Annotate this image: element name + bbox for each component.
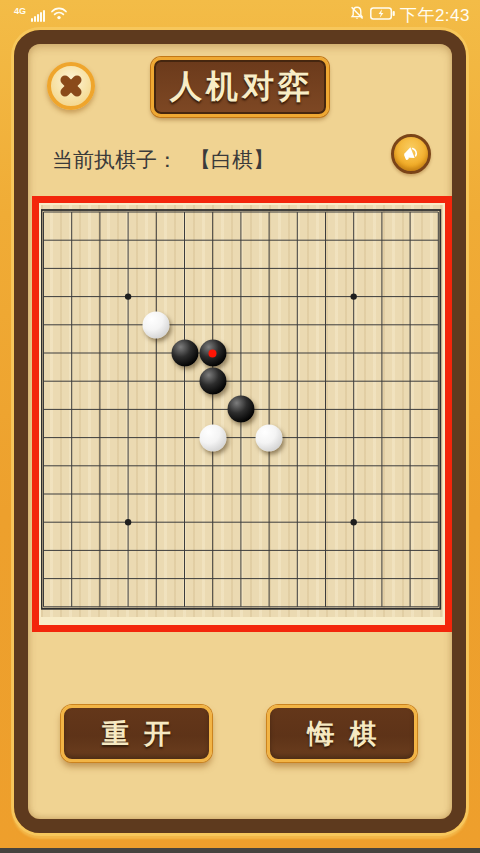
battery-charging-icon [370,6,395,24]
stone-black [227,396,254,423]
last-move-marker [209,349,217,357]
megaphone-icon [400,143,422,165]
status-left: 4G [14,6,68,24]
stone-black [199,368,226,395]
gomoku-board[interactable] [41,205,443,617]
turn-indicator: 当前执棋子： 【白棋】 [52,146,274,174]
status-bar: 4G 下午2:43 [0,0,480,28]
undo-button[interactable]: 悔棋 [267,705,417,762]
app-screen: 4G 下午2:43 人机对弈 当前执棋子： 【白棋】 [0,0,480,853]
turn-label: 当前执棋子： [52,146,178,174]
wifi-icon [50,6,68,24]
stone-white [256,424,283,451]
stone-white [143,311,170,338]
network-type-label: 4G [14,6,26,16]
stone-white [199,424,226,451]
bottom-strip [0,848,480,853]
page-title: 人机对弈 [151,57,329,117]
status-right: 下午2:43 [349,4,470,27]
clock-text: 下午2:43 [400,4,470,27]
board-container[interactable] [32,196,452,632]
stone-black [171,340,198,367]
stone-black [199,340,226,367]
restart-button[interactable]: 重开 [61,705,212,762]
turn-value: 【白棋】 [190,146,274,174]
signal-bars-icon [31,9,45,22]
page-title-text: 人机对弈 [166,65,314,109]
sound-button[interactable] [391,134,431,174]
bell-muted-icon [349,5,365,25]
close-button[interactable] [47,62,95,110]
